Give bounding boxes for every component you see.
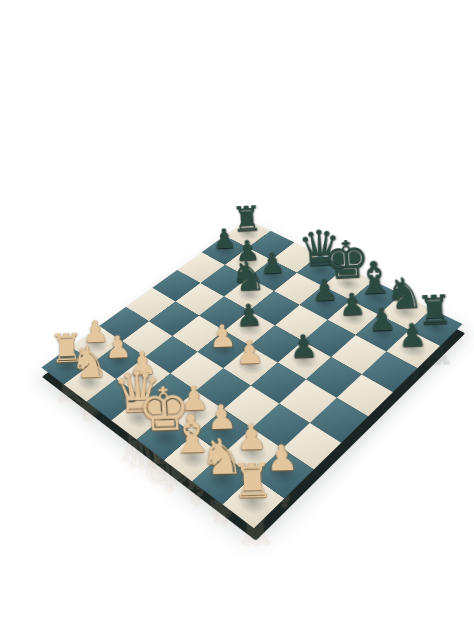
product-photo: ♜♜♛♛♚♚♝♝♞♞♜♜♟♟♟♟♟♟♟♟♟♟♟♟♟♟♞♞♟♟♟♟♟♟♟♟♟♟♟♟… xyxy=(0,0,474,632)
rook-glyph: ♜ xyxy=(216,456,289,505)
square-h1: ♜♜ xyxy=(222,476,285,529)
pawn-glyph: ♟ xyxy=(380,318,444,352)
pawn-glyph: ♟ xyxy=(218,335,281,369)
chess-set: ♜♜♛♛♚♚♝♝♞♞♜♜♟♟♟♟♟♟♟♟♟♟♟♟♟♟♞♞♟♟♟♟♟♟♟♟♟♟♟♟… xyxy=(81,177,420,516)
knight-glyph: ♞ xyxy=(219,255,277,298)
pawn-glyph: ♟ xyxy=(272,330,335,364)
chess-board: ♜♜♛♛♚♚♝♝♞♞♜♜♟♟♟♟♟♟♟♟♟♟♟♟♟♟♞♞♟♟♟♟♟♟♟♟♟♟♟♟… xyxy=(41,219,462,528)
